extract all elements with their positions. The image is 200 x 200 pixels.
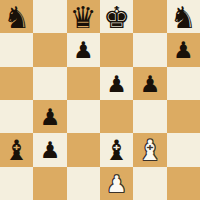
square-b7[interactable] (0, 33, 33, 66)
square-g3[interactable] (167, 167, 200, 200)
square-b4[interactable]: ♝ (0, 133, 33, 166)
square-e3[interactable]: ♟ (100, 167, 133, 200)
square-c3[interactable] (33, 167, 66, 200)
black-pawn-piece[interactable]: ♟ (173, 39, 194, 62)
square-g6[interactable] (167, 67, 200, 100)
square-f4[interactable]: ♝ (133, 133, 166, 166)
square-e5[interactable] (100, 100, 133, 133)
black-pawn-piece[interactable]: ♟ (40, 139, 61, 162)
square-f5[interactable] (133, 100, 166, 133)
square-c6[interactable] (33, 67, 66, 100)
black-king-piece[interactable]: ♚ (103, 3, 130, 33)
square-f7[interactable] (133, 33, 166, 66)
square-d4[interactable] (67, 133, 100, 166)
black-queen-piece[interactable]: ♛ (70, 3, 97, 33)
square-c8[interactable] (33, 0, 66, 33)
square-e4[interactable]: ♝ (100, 133, 133, 166)
black-knight-piece[interactable]: ♞ (170, 3, 197, 33)
square-g4[interactable] (167, 133, 200, 166)
black-pawn-piece[interactable]: ♟ (73, 39, 94, 62)
black-bishop-piece[interactable]: ♝ (4, 137, 29, 165)
square-c4[interactable]: ♟ (33, 133, 66, 166)
square-b3[interactable] (0, 167, 33, 200)
square-f3[interactable] (133, 167, 166, 200)
square-f6[interactable]: ♟ (133, 67, 166, 100)
square-e7[interactable] (100, 33, 133, 66)
square-d5[interactable] (67, 100, 100, 133)
square-c5[interactable]: ♟ (33, 100, 66, 133)
white-pawn-piece[interactable]: ♟ (106, 173, 127, 196)
square-d7[interactable]: ♟ (67, 33, 100, 66)
square-b6[interactable] (0, 67, 33, 100)
square-e8[interactable]: ♚ (100, 0, 133, 33)
square-f8[interactable] (133, 0, 166, 33)
square-d8[interactable]: ♛ (67, 0, 100, 33)
white-bishop-piece[interactable]: ♝ (137, 137, 162, 165)
square-g5[interactable] (167, 100, 200, 133)
black-bishop-piece[interactable]: ♝ (104, 137, 129, 165)
square-g7[interactable]: ♟ (167, 33, 200, 66)
square-e6[interactable]: ♟ (100, 67, 133, 100)
black-pawn-piece[interactable]: ♟ (106, 73, 127, 96)
black-pawn-piece[interactable]: ♟ (140, 73, 161, 96)
square-b5[interactable] (0, 100, 33, 133)
square-b8[interactable]: ♞ (0, 0, 33, 33)
square-g8[interactable]: ♞ (167, 0, 200, 33)
black-knight-piece[interactable]: ♞ (3, 3, 30, 33)
square-d6[interactable] (67, 67, 100, 100)
square-c7[interactable] (33, 33, 66, 66)
black-pawn-piece[interactable]: ♟ (40, 106, 61, 129)
chess-board: ♞♛♚♞♟♟♟♟♟♝♟♝♝♟ (0, 0, 200, 200)
square-d3[interactable] (67, 167, 100, 200)
